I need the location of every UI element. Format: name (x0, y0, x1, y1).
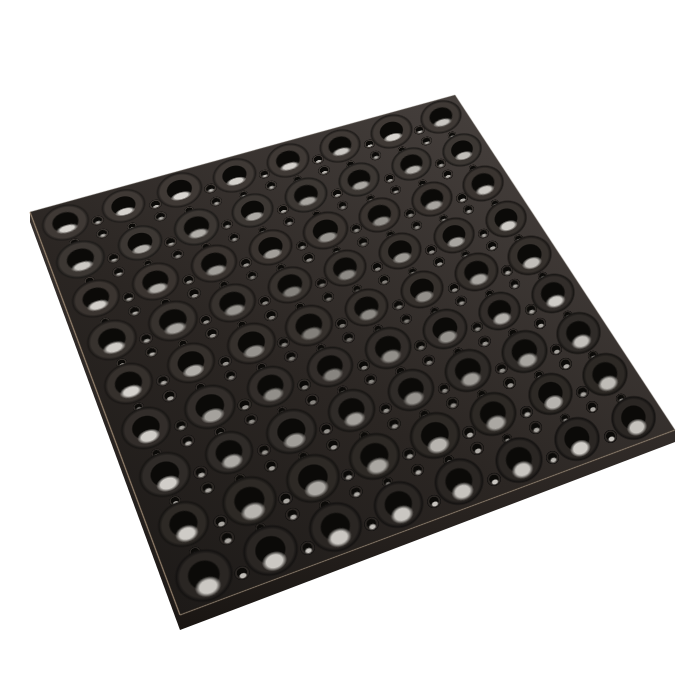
small-drain-hole (152, 210, 169, 225)
small-drain-hole (368, 149, 384, 163)
small-drain-hole (346, 483, 366, 502)
mat-holes-layer (0, 0, 700, 700)
small-drain-hole (262, 178, 279, 192)
small-drain-hole (177, 432, 198, 451)
small-drain-hole (216, 528, 239, 549)
small-drain-hole (168, 247, 185, 262)
small-drain-hole (440, 168, 455, 182)
small-drain-hole (384, 414, 403, 432)
small-drain-hole (126, 303, 144, 319)
small-drain-hole (320, 289, 337, 304)
small-drain-hole (500, 374, 519, 392)
small-drain-hole (143, 344, 161, 360)
small-drain-hole (507, 276, 523, 291)
small-drain-hole (388, 183, 403, 197)
small-drain-hole (461, 202, 477, 217)
small-drain-hole (556, 355, 575, 373)
small-drain-hole (397, 311, 414, 327)
small-drain-hole (299, 251, 316, 267)
small-drain-hole (281, 347, 300, 365)
small-drain-hole (409, 218, 425, 232)
small-drain-hole (110, 264, 128, 279)
small-drain-hole (430, 255, 447, 271)
small-drain-hole (419, 351, 437, 368)
small-drain-hole (583, 398, 601, 415)
small-drain-hole (159, 386, 179, 404)
small-drain-hole (261, 457, 281, 475)
small-drain-hole (376, 272, 393, 287)
small-drain-hole (362, 371, 380, 388)
product-photo (0, 0, 700, 700)
small-drain-hole (323, 435, 343, 453)
small-drain-hole (408, 461, 427, 479)
small-drain-hole (225, 230, 242, 245)
small-drain-hole (241, 411, 260, 429)
small-drain-hole (355, 234, 372, 249)
small-drain-hole (208, 194, 225, 208)
small-drain-hole (340, 329, 358, 346)
small-drain-hole (243, 268, 260, 283)
small-drain-hole (281, 214, 298, 229)
small-drain-hole (443, 394, 462, 412)
small-drain-hole (203, 325, 222, 342)
small-drain-hole (282, 505, 303, 525)
small-drain-hole (526, 418, 545, 437)
small-drain-hole (185, 285, 204, 302)
small-drain-hole (94, 226, 112, 241)
small-drain-hole (302, 390, 321, 408)
small-drain-hole (453, 293, 470, 309)
small-drain-hole (467, 439, 486, 458)
small-drain-hole (316, 163, 332, 177)
small-drain-hole (222, 367, 240, 384)
small-drain-hole (197, 479, 218, 498)
